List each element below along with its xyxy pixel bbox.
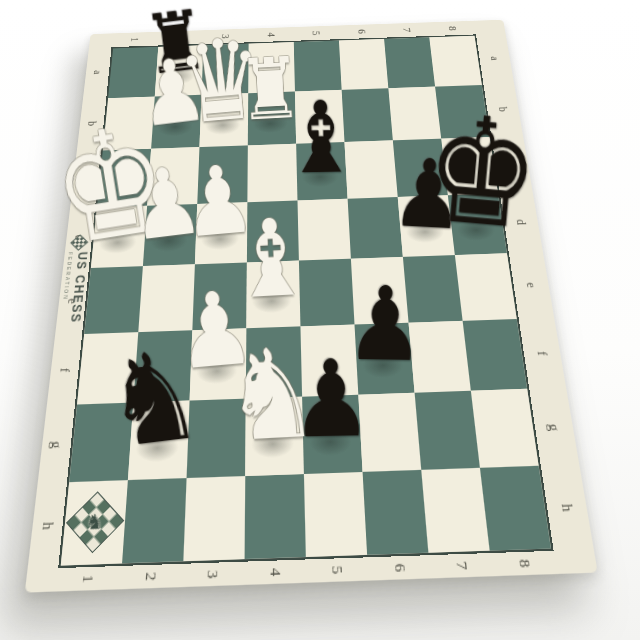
- square-e8: [455, 253, 517, 320]
- rank-label-bottom-1: 1: [56, 566, 120, 592]
- square-f8: [463, 318, 528, 390]
- square-h5: [304, 471, 367, 557]
- rank-label-bottom-6: 6: [368, 555, 432, 580]
- square-g5: ♟: [302, 395, 362, 474]
- corner-logo-knight-icon: ♞: [85, 509, 105, 534]
- square-e1: [84, 266, 143, 333]
- square-c5: ♝: [296, 142, 347, 200]
- square-g7: [415, 391, 480, 470]
- corner-logo-diamond: ♞: [67, 493, 122, 552]
- rank-label-bottom-8: 8: [492, 551, 557, 576]
- square-a8: [429, 36, 481, 86]
- square-e4: ♝: [246, 261, 300, 328]
- square-h3: [183, 475, 245, 561]
- square-h8: [480, 465, 551, 550]
- square-g8: [471, 389, 539, 467]
- rank-label-bottom-4: 4: [244, 559, 307, 584]
- piece-black-bishop-c5: ♝: [282, 87, 359, 187]
- square-h6: [363, 469, 429, 555]
- square-h2: [122, 477, 187, 563]
- rank-label-bottom-3: 3: [181, 562, 244, 587]
- square-a7: [384, 37, 435, 88]
- piece-black-pawn-g5: ♟: [290, 345, 373, 453]
- perspective-stage: 12345678 12345678 abcdefgh abcdefgh FEDE…: [0, 0, 640, 640]
- square-g2: ♞: [128, 401, 190, 480]
- rank-label-bottom-5: 5: [306, 557, 369, 582]
- square-h7: [421, 467, 489, 552]
- rank-label-bottom-2: 2: [118, 564, 182, 590]
- square-h1: ♞: [61, 480, 128, 566]
- photo-scene: 12345678 12345678 abcdefgh abcdefgh FEDE…: [0, 0, 640, 640]
- square-h4: [245, 473, 306, 559]
- rank-label-bottom-7: 7: [430, 553, 495, 578]
- chess-board: ♜♟♛♜♝♚♟♟♟♚♝♟♟♞♞♟♞: [58, 34, 553, 568]
- vinyl-board-sheet: 12345678 12345678 abcdefgh abcdefgh FEDE…: [25, 20, 598, 593]
- square-d8: ♚: [448, 193, 507, 255]
